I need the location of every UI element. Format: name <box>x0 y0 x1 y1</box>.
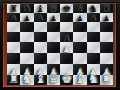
square-d3[interactable] <box>47 53 60 64</box>
square-b6[interactable] <box>20 22 33 32</box>
square-h6[interactable] <box>100 22 113 32</box>
piece-white-king[interactable]: ♚ <box>61 73 72 86</box>
square-h4[interactable] <box>100 42 113 53</box>
square-g6[interactable] <box>87 22 100 32</box>
square-d6[interactable] <box>47 22 60 32</box>
square-g5[interactable] <box>87 32 100 42</box>
square-f8[interactable]: ♝ <box>73 4 86 13</box>
square-a7[interactable]: ♟ <box>7 13 20 22</box>
square-d5[interactable] <box>47 32 60 42</box>
square-b8[interactable]: ♞ <box>20 4 33 13</box>
piece-white-bishop[interactable]: ♝ <box>74 73 85 86</box>
square-c8[interactable]: ♝ <box>34 4 47 13</box>
square-e5[interactable]: ♟ <box>60 32 73 42</box>
square-c1[interactable]: ♝ <box>34 75 47 85</box>
piece-white-rook[interactable]: ♜ <box>8 73 19 86</box>
square-h7[interactable]: ♟ <box>100 13 113 22</box>
square-c3[interactable] <box>34 53 47 64</box>
square-f6[interactable] <box>73 22 86 32</box>
chess-game-screenshot: ♜♞♝♛♚♝♞♜♟♟♟♟♟♟♟♟♟♟♟♟♟♟♟♟♜♞♝♛♚♝♞♜ <box>0 0 120 90</box>
square-f7[interactable]: ♟ <box>73 13 86 22</box>
square-b5[interactable] <box>20 32 33 42</box>
piece-white-knight[interactable]: ♞ <box>21 73 32 86</box>
square-g1[interactable]: ♞ <box>87 75 100 85</box>
square-g3[interactable] <box>87 53 100 64</box>
chess-board[interactable]: ♜♞♝♛♚♝♞♜♟♟♟♟♟♟♟♟♟♟♟♟♟♟♟♟♜♞♝♛♚♝♞♜ <box>7 4 113 85</box>
square-d4[interactable] <box>47 42 60 53</box>
square-b1[interactable]: ♞ <box>20 75 33 85</box>
square-a6[interactable] <box>7 22 20 32</box>
square-e3[interactable] <box>60 53 73 64</box>
square-h8[interactable]: ♜ <box>100 4 113 13</box>
square-g8[interactable]: ♞ <box>87 4 100 13</box>
square-a3[interactable] <box>7 53 20 64</box>
square-e4[interactable]: ♟ <box>60 42 73 53</box>
square-e1[interactable]: ♚ <box>60 75 73 85</box>
square-f4[interactable] <box>73 42 86 53</box>
square-h5[interactable] <box>100 32 113 42</box>
square-g7[interactable]: ♟ <box>87 13 100 22</box>
square-h3[interactable] <box>100 53 113 64</box>
square-d1[interactable]: ♛ <box>47 75 60 85</box>
square-h1[interactable]: ♜ <box>100 75 113 85</box>
square-f5[interactable] <box>73 32 86 42</box>
square-b7[interactable]: ♟ <box>20 13 33 22</box>
square-a4[interactable] <box>7 42 20 53</box>
square-a8[interactable]: ♜ <box>7 4 20 13</box>
square-f3[interactable] <box>73 53 86 64</box>
square-b4[interactable] <box>20 42 33 53</box>
square-g4[interactable] <box>87 42 100 53</box>
square-b3[interactable] <box>20 53 33 64</box>
square-f1[interactable]: ♝ <box>73 75 86 85</box>
square-c6[interactable] <box>34 22 47 32</box>
square-e7[interactable] <box>60 13 73 22</box>
piece-white-rook[interactable]: ♜ <box>101 73 112 86</box>
square-a5[interactable] <box>7 32 20 42</box>
square-e6[interactable] <box>60 22 73 32</box>
piece-white-queen[interactable]: ♛ <box>48 73 59 86</box>
square-d8[interactable]: ♛ <box>47 4 60 13</box>
square-d7[interactable]: ♟ <box>47 13 60 22</box>
square-c5[interactable] <box>34 32 47 42</box>
square-e8[interactable]: ♚ <box>60 4 73 13</box>
piece-white-knight[interactable]: ♞ <box>87 73 98 86</box>
square-c4[interactable] <box>34 42 47 53</box>
piece-white-bishop[interactable]: ♝ <box>34 73 45 86</box>
square-c7[interactable]: ♟ <box>34 13 47 22</box>
square-a1[interactable]: ♜ <box>7 75 20 85</box>
